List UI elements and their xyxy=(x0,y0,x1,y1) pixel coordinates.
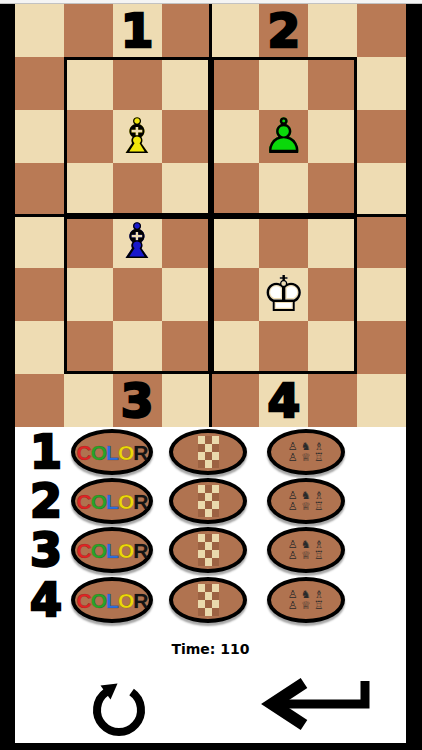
color-letter: O xyxy=(118,491,133,512)
board-square xyxy=(64,110,113,163)
board-square xyxy=(64,321,113,374)
color-letter: C xyxy=(77,590,91,611)
board-pattern-button-row-2[interactable] xyxy=(169,478,247,524)
board-square xyxy=(357,216,406,269)
board-square xyxy=(162,321,211,374)
board-square xyxy=(15,216,64,269)
row-number: 4 xyxy=(23,577,69,623)
color-button-row-2[interactable]: COLOR xyxy=(71,478,153,524)
board-square xyxy=(308,268,357,321)
quadrant-label-1: 1 xyxy=(113,4,162,57)
chess-pieces-icon: ♙♞♗♙♕♖ xyxy=(287,441,326,463)
piece-white-king: ♚♔ xyxy=(259,268,308,321)
board-square xyxy=(15,110,64,163)
answer-row-4: 4COLOR♙♞♗♙♕♖ xyxy=(15,577,406,625)
board-square xyxy=(357,374,406,427)
quadrant-label-4: 4 xyxy=(259,374,308,427)
board-square xyxy=(211,321,260,374)
board-square xyxy=(211,57,260,110)
board-square xyxy=(259,216,308,269)
board-square xyxy=(162,163,211,216)
board-square xyxy=(259,163,308,216)
color-letter: O xyxy=(91,540,106,561)
back-arrow-icon xyxy=(260,675,376,731)
board-square xyxy=(64,268,113,321)
answer-row-3: 3COLOR♙♞♗♙♕♖ xyxy=(15,527,406,575)
board-square xyxy=(113,57,162,110)
time-label: Time: 110 xyxy=(15,641,406,657)
color-letter: C xyxy=(77,540,91,561)
color-button-row-1[interactable]: COLOR xyxy=(71,429,153,475)
board-square xyxy=(308,216,357,269)
color-letter: O xyxy=(91,491,106,512)
piece-yellow-bishop: ♝♗ xyxy=(113,110,162,163)
board-square xyxy=(15,374,64,427)
color-letter: C xyxy=(77,442,91,463)
control-panel: 1COLOR♙♞♗♙♕♖2COLOR♙♞♗♙♕♖3COLOR♙♞♗♙♕♖4COL… xyxy=(15,427,406,743)
pieces-button-row-4[interactable]: ♙♞♗♙♕♖ xyxy=(267,577,345,623)
board-pattern-button-row-3[interactable] xyxy=(169,527,247,573)
board-square xyxy=(211,268,260,321)
row-number: 1 xyxy=(23,429,69,475)
back-button[interactable] xyxy=(260,675,376,731)
board-square xyxy=(357,268,406,321)
color-letter: L xyxy=(106,442,118,463)
board-square xyxy=(211,374,260,427)
board-square xyxy=(357,57,406,110)
color-button-row-4[interactable]: COLOR xyxy=(71,577,153,623)
board-pattern-button-row-4[interactable] xyxy=(169,577,247,623)
color-letter: R xyxy=(133,540,147,561)
checkerboard-icon xyxy=(198,534,219,566)
answer-row-1: 1COLOR♙♞♗♙♕♖ xyxy=(15,429,406,477)
board-square xyxy=(211,4,260,57)
board-square xyxy=(357,321,406,374)
board: 1234♝♗♟♙♝♗♚♔ xyxy=(15,4,406,427)
quadrant-label-3: 3 xyxy=(113,374,162,427)
row-number: 3 xyxy=(23,527,69,573)
color-letter: R xyxy=(133,590,147,611)
board-square xyxy=(259,57,308,110)
color-letter: O xyxy=(118,540,133,561)
color-letter: R xyxy=(133,491,147,512)
board-square xyxy=(259,321,308,374)
board-square xyxy=(162,216,211,269)
board-center-horizontal-line xyxy=(15,214,406,217)
chess-pieces-icon: ♙♞♗♙♕♖ xyxy=(287,539,326,561)
row-number: 2 xyxy=(23,478,69,524)
board-square xyxy=(113,321,162,374)
checkerboard-icon xyxy=(198,485,219,517)
board-square xyxy=(64,374,113,427)
board-square xyxy=(308,163,357,216)
board-square xyxy=(64,57,113,110)
color-letter: O xyxy=(118,442,133,463)
board-square xyxy=(15,268,64,321)
board-square xyxy=(357,110,406,163)
board-square xyxy=(162,4,211,57)
board-square xyxy=(113,268,162,321)
color-letter: L xyxy=(106,590,118,611)
board-square xyxy=(357,4,406,57)
board-square xyxy=(308,374,357,427)
board-square xyxy=(162,57,211,110)
pieces-button-row-2[interactable]: ♙♞♗♙♕♖ xyxy=(267,478,345,524)
restart-icon xyxy=(88,673,150,739)
color-letter: O xyxy=(91,442,106,463)
answer-row-2: 2COLOR♙♞♗♙♕♖ xyxy=(15,478,406,526)
board-pattern-button-row-1[interactable] xyxy=(169,429,247,475)
chess-pieces-icon: ♙♞♗♙♕♖ xyxy=(287,490,326,512)
restart-button[interactable] xyxy=(88,673,150,739)
board-square xyxy=(308,57,357,110)
color-letter: C xyxy=(77,491,91,512)
checkerboard-icon xyxy=(198,436,219,468)
color-letter: O xyxy=(118,590,133,611)
color-letter: R xyxy=(133,442,147,463)
color-button-row-3[interactable]: COLOR xyxy=(71,527,153,573)
quadrant-label-2: 2 xyxy=(259,4,308,57)
pieces-button-row-3[interactable]: ♙♞♗♙♕♖ xyxy=(267,527,345,573)
color-letter: L xyxy=(106,491,118,512)
board-square xyxy=(308,4,357,57)
color-letter: L xyxy=(106,540,118,561)
piece-blue-bishop: ♝♗ xyxy=(113,216,162,269)
board-square xyxy=(15,163,64,216)
board-square xyxy=(308,110,357,163)
piece-green-pawn: ♟♙ xyxy=(259,110,308,163)
board-square xyxy=(113,163,162,216)
checkerboard-icon xyxy=(198,584,219,616)
pieces-button-row-1[interactable]: ♙♞♗♙♕♖ xyxy=(267,429,345,475)
board-square xyxy=(162,268,211,321)
chess-pieces-icon: ♙♞♗♙♕♖ xyxy=(287,589,326,611)
board-square xyxy=(64,216,113,269)
board-square xyxy=(308,321,357,374)
board-square xyxy=(15,321,64,374)
board-square xyxy=(64,4,113,57)
board-square xyxy=(15,4,64,57)
board-square xyxy=(211,110,260,163)
board-square xyxy=(15,57,64,110)
color-letter: O xyxy=(91,590,106,611)
board-square xyxy=(162,374,211,427)
board-square xyxy=(357,163,406,216)
board-square xyxy=(211,216,260,269)
board-square xyxy=(211,163,260,216)
board-square xyxy=(64,163,113,216)
board-square xyxy=(162,110,211,163)
